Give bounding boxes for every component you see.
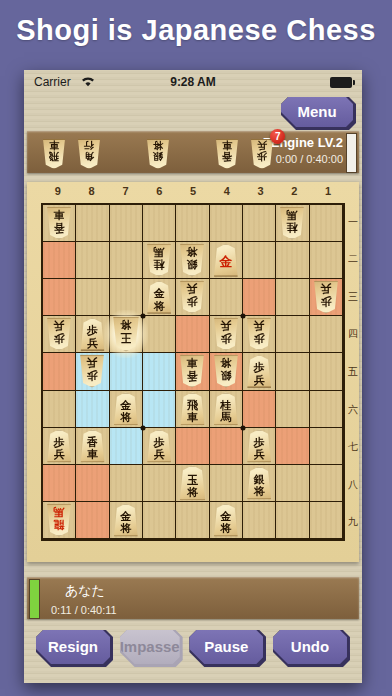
empty-slot (106, 136, 141, 168)
undo-button[interactable]: Undo (273, 630, 350, 667)
piece-銀将-gote[interactable]: 銀将 (146, 139, 171, 169)
captured-角行[interactable]: 角行 (72, 136, 107, 168)
square-2h[interactable] (276, 465, 309, 502)
pause-button-label: Pause (189, 630, 263, 664)
square-1e[interactable] (310, 353, 343, 390)
square-2a[interactable]: 桂馬 (276, 205, 309, 242)
piece-歩兵-gote[interactable]: 歩兵 (46, 318, 73, 351)
piece-歩兵-gote[interactable]: 歩兵 (179, 281, 206, 314)
square-6g[interactable]: 歩兵 (143, 428, 176, 465)
square-4c[interactable] (210, 279, 243, 316)
square-3b[interactable] (243, 242, 276, 279)
square-1c[interactable]: 歩兵 (310, 279, 343, 316)
square-5h[interactable]: 玉将 (176, 465, 209, 502)
menu-button[interactable]: Menu (281, 97, 356, 130)
square-9f[interactable] (43, 391, 76, 428)
page-title: Shogi is Japanese Chess (0, 14, 392, 47)
piece-歩兵-gote[interactable]: 歩兵 (312, 281, 339, 314)
square-1g[interactable] (310, 428, 343, 465)
square-6i[interactable] (143, 502, 176, 539)
piece-歩兵-sente[interactable]: 歩兵 (146, 429, 173, 462)
player-name: あなた (65, 582, 117, 600)
square-4a[interactable] (210, 205, 243, 242)
square-5b[interactable]: 銀将 (176, 242, 209, 279)
piece-桂馬-sente[interactable]: 桂馬 (212, 392, 239, 425)
piece-王将-gote[interactable]: 王将 (111, 317, 140, 352)
square-7a[interactable] (110, 205, 143, 242)
piece-金将-sente[interactable]: 金将 (212, 503, 239, 536)
square-1b[interactable] (310, 242, 343, 279)
square-6c[interactable]: 金将 (143, 279, 176, 316)
square-8i[interactable] (76, 502, 109, 539)
square-4b[interactable]: 金 (210, 242, 243, 279)
action-buttons: Resign Impasse Pause Undo (24, 630, 362, 667)
square-5i[interactable] (176, 502, 209, 539)
piece-香車-gote[interactable]: 香車 (215, 139, 240, 169)
piece-桂馬-gote[interactable]: 桂馬 (279, 207, 306, 240)
piece-玉将-sente[interactable]: 玉将 (178, 465, 207, 500)
promoted-piece-金-sente[interactable]: 金 (212, 244, 239, 277)
file-coordinates: 987654321 (41, 185, 345, 201)
square-2d[interactable] (276, 316, 309, 353)
square-2i[interactable] (276, 502, 309, 539)
square-9h[interactable] (43, 465, 76, 502)
captured-飛車[interactable]: 飛車 (37, 136, 72, 168)
rank-coordinates: 一二三四五六七八九 (347, 203, 359, 541)
piece-飛車-gote[interactable]: 飛車 (42, 139, 67, 169)
square-3c[interactable] (243, 279, 276, 316)
square-4e[interactable]: 銀将 (210, 353, 243, 390)
resign-button-label: Resign (36, 630, 110, 664)
piece-飛車-sente[interactable]: 飛車 (179, 392, 206, 425)
piece-香車-sente[interactable]: 香車 (79, 429, 106, 462)
square-8h[interactable] (76, 465, 109, 502)
square-6e[interactable] (143, 353, 176, 390)
square-7i[interactable]: 金将 (110, 502, 143, 539)
square-2c[interactable] (276, 279, 309, 316)
square-7d[interactable]: 王将 (110, 316, 143, 353)
square-6a[interactable] (143, 205, 176, 242)
board-grid[interactable]: 香車桂馬桂馬銀将金金将歩兵歩兵歩兵歩兵王将歩兵歩兵歩兵香車銀将歩兵金将飛車桂馬歩… (41, 203, 345, 541)
square-6f[interactable] (143, 391, 176, 428)
square-8e[interactable]: 歩兵 (76, 353, 109, 390)
square-1f[interactable] (310, 391, 343, 428)
piece-金将-sente[interactable]: 金将 (146, 281, 173, 314)
promoted-piece-龍馬-gote[interactable]: 龍馬 (46, 503, 73, 536)
hoshi-dot (141, 314, 146, 319)
square-8a[interactable] (76, 205, 109, 242)
square-9d[interactable]: 歩兵 (43, 316, 76, 353)
square-1i[interactable] (310, 502, 343, 539)
square-3h[interactable]: 銀将 (243, 465, 276, 502)
square-9a[interactable]: 香車 (43, 205, 76, 242)
piece-銀将-gote[interactable]: 銀将 (179, 244, 206, 277)
square-1a[interactable] (310, 205, 343, 242)
square-9i[interactable]: 龍馬 (43, 502, 76, 539)
square-5a[interactable] (176, 205, 209, 242)
square-2f[interactable] (276, 391, 309, 428)
player-captured-tray: あなた 0:11 / 0:40:11 (27, 577, 359, 619)
piece-歩兵-gote[interactable]: 歩兵 (212, 318, 239, 351)
undo-button-label: Undo (273, 630, 347, 664)
shogi-board: 987654321 香車桂馬桂馬銀将金金将歩兵歩兵歩兵歩兵王将歩兵歩兵歩兵香車銀… (27, 182, 359, 562)
square-7h[interactable] (110, 465, 143, 502)
square-4d[interactable]: 歩兵 (210, 316, 243, 353)
opponent-time-gauge (346, 133, 357, 173)
square-4f[interactable]: 桂馬 (210, 391, 243, 428)
square-3a[interactable] (243, 205, 276, 242)
captured-銀将[interactable]: 銀将 (141, 136, 176, 168)
piece-歩兵-gote[interactable]: 歩兵 (246, 318, 273, 351)
menu-button-label: Menu (281, 97, 353, 127)
piece-銀将-gote[interactable]: 銀将 (212, 355, 239, 388)
square-6d[interactable] (143, 316, 176, 353)
piece-角行-gote[interactable]: 角行 (76, 139, 101, 169)
square-4g[interactable] (210, 428, 243, 465)
impasse-button-label: Impasse (120, 630, 180, 664)
impasse-button[interactable]: Impasse (120, 630, 183, 667)
resign-button[interactable]: Resign (36, 630, 113, 667)
square-5c[interactable]: 歩兵 (176, 279, 209, 316)
square-7f[interactable]: 金将 (110, 391, 143, 428)
player-time-gauge (29, 579, 40, 619)
empty-slot (175, 136, 210, 168)
piece-歩兵-gote[interactable]: 歩兵 (79, 355, 106, 388)
square-5d[interactable] (176, 316, 209, 353)
hoshi-dot (241, 314, 246, 319)
piece-金将-sente[interactable]: 金将 (112, 503, 139, 536)
square-7b[interactable] (110, 242, 143, 279)
square-3g[interactable]: 歩兵 (243, 428, 276, 465)
pause-button[interactable]: Pause (189, 630, 266, 667)
square-1h[interactable] (310, 465, 343, 502)
piece-歩兵-sente[interactable]: 歩兵 (246, 429, 273, 462)
square-9c[interactable] (43, 279, 76, 316)
square-9g[interactable]: 歩兵 (43, 428, 76, 465)
square-9e[interactable] (43, 353, 76, 390)
hoshi-dot (241, 425, 246, 430)
square-5e[interactable]: 香車 (176, 353, 209, 390)
square-2g[interactable] (276, 428, 309, 465)
square-3f[interactable] (243, 391, 276, 428)
square-9b[interactable] (43, 242, 76, 279)
square-4i[interactable]: 金将 (210, 502, 243, 539)
opponent-hand-pieces: 飛車角行銀将香車歩兵7 (37, 136, 279, 168)
piece-歩兵-sente[interactable]: 歩兵 (246, 355, 273, 388)
opponent-clock: 0:00 / 0:40:00 (263, 153, 343, 165)
square-2e[interactable] (276, 353, 309, 390)
square-1d[interactable] (310, 316, 343, 353)
captured-香車[interactable]: 香車 (210, 136, 245, 168)
piece-桂馬-gote[interactable]: 桂馬 (146, 244, 173, 277)
square-8b[interactable] (76, 242, 109, 279)
player-clock: 0:11 / 0:40:11 (51, 604, 117, 616)
square-8f[interactable] (76, 391, 109, 428)
piece-歩兵-sente[interactable]: 歩兵 (46, 429, 73, 462)
square-3e[interactable]: 歩兵 (243, 353, 276, 390)
hoshi-dot (141, 425, 146, 430)
status-bar: Carrier 9:28 AM (24, 70, 362, 94)
piece-金将-sente[interactable]: 金将 (112, 392, 139, 425)
piece-銀将-sente[interactable]: 銀将 (246, 466, 273, 499)
square-6h[interactable] (143, 465, 176, 502)
piece-香車-gote[interactable]: 香車 (46, 207, 73, 240)
square-3d[interactable]: 歩兵 (243, 316, 276, 353)
square-5f[interactable]: 飛車 (176, 391, 209, 428)
opponent-captured-tray: 飛車角行銀将香車歩兵7 ZEngine LV.2 0:00 / 0:40:00 (27, 131, 359, 173)
battery-icon (330, 77, 352, 88)
phone-screenshot: Carrier 9:28 AM Menu 飛車角行銀将香車歩兵7 ZEngine… (24, 70, 362, 683)
square-3i[interactable] (243, 502, 276, 539)
square-6b[interactable]: 桂馬 (143, 242, 176, 279)
square-5g[interactable] (176, 428, 209, 465)
piece-歩兵-sente[interactable]: 歩兵 (79, 318, 106, 351)
square-7e[interactable] (110, 353, 143, 390)
piece-香車-gote[interactable]: 香車 (179, 355, 206, 388)
status-time: 9:28 AM (24, 75, 362, 89)
square-2b[interactable] (276, 242, 309, 279)
square-7g[interactable] (110, 428, 143, 465)
square-8g[interactable]: 香車 (76, 428, 109, 465)
square-4h[interactable] (210, 465, 243, 502)
